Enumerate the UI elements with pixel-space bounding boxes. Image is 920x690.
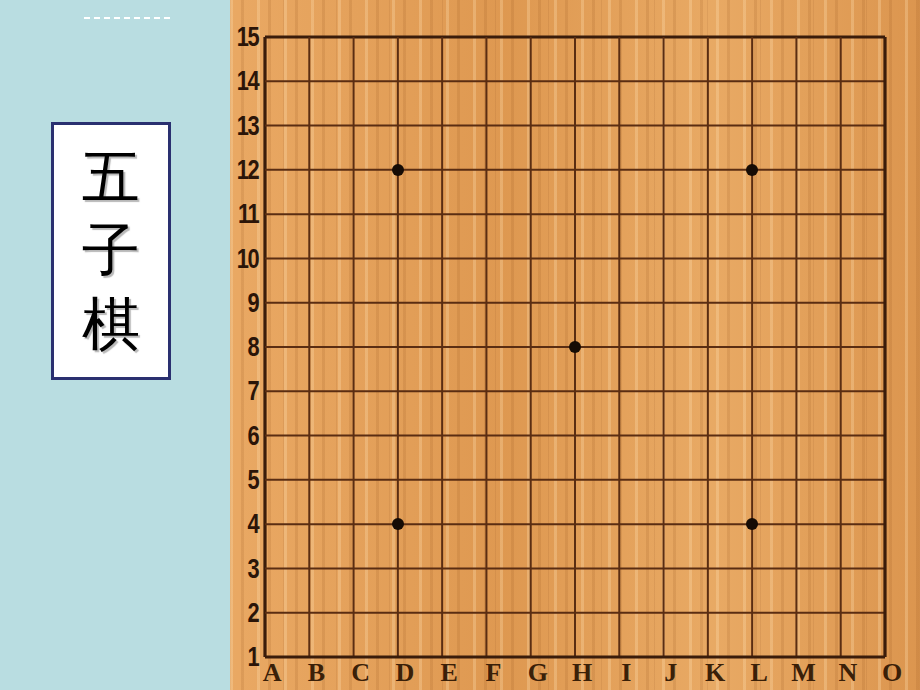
intersection-N1[interactable]	[819, 635, 863, 679]
intersection-M11[interactable]	[774, 192, 818, 236]
intersection-K10[interactable]	[686, 236, 730, 280]
intersection-F4[interactable]	[464, 502, 508, 546]
intersection-K8[interactable]	[686, 325, 730, 369]
intersection-I3[interactable]	[597, 546, 641, 590]
intersection-L14[interactable]	[730, 59, 774, 103]
dashed-underline	[84, 17, 170, 19]
intersection-E14[interactable]	[420, 59, 464, 103]
gomoku-board[interactable]: 151413121110987654321 ABCDEFGHIJKLMNO	[230, 0, 920, 690]
intersection-N14[interactable]	[819, 59, 863, 103]
intersection-E3[interactable]	[420, 546, 464, 590]
intersection-I12[interactable]	[597, 148, 641, 192]
intersection-L4[interactable]	[730, 502, 774, 546]
intersection-O3[interactable]	[863, 546, 907, 590]
intersection-H8[interactable]	[553, 325, 597, 369]
intersection-A14[interactable]	[243, 59, 287, 103]
intersection-J4[interactable]	[642, 502, 686, 546]
intersection-F9[interactable]	[464, 281, 508, 325]
intersections-grid	[243, 15, 907, 679]
intersection-C4[interactable]	[332, 502, 376, 546]
star-point-D4	[392, 518, 404, 530]
intersection-G9[interactable]	[509, 281, 553, 325]
intersection-I9[interactable]	[597, 281, 641, 325]
intersection-G13[interactable]	[509, 104, 553, 148]
intersection-O6[interactable]	[863, 414, 907, 458]
intersection-F2[interactable]	[464, 591, 508, 635]
intersection-O2[interactable]	[863, 591, 907, 635]
intersection-N8[interactable]	[819, 325, 863, 369]
intersection-A12[interactable]	[243, 148, 287, 192]
intersection-A7[interactable]	[243, 369, 287, 413]
intersection-N5[interactable]	[819, 458, 863, 502]
intersection-O11[interactable]	[863, 192, 907, 236]
intersection-A11[interactable]	[243, 192, 287, 236]
intersection-D13[interactable]	[376, 104, 420, 148]
intersection-H1[interactable]	[553, 635, 597, 679]
intersection-M13[interactable]	[774, 104, 818, 148]
intersection-C9[interactable]	[332, 281, 376, 325]
intersection-F14[interactable]	[464, 59, 508, 103]
intersection-K13[interactable]	[686, 104, 730, 148]
intersection-A4[interactable]	[243, 502, 287, 546]
intersection-G11[interactable]	[509, 192, 553, 236]
intersection-L12[interactable]	[730, 148, 774, 192]
intersection-D8[interactable]	[376, 325, 420, 369]
intersection-B4[interactable]	[287, 502, 331, 546]
intersection-M4[interactable]	[774, 502, 818, 546]
intersection-C13[interactable]	[332, 104, 376, 148]
intersection-N10[interactable]	[819, 236, 863, 280]
intersection-K11[interactable]	[686, 192, 730, 236]
intersection-B15[interactable]	[287, 15, 331, 59]
intersection-J7[interactable]	[642, 369, 686, 413]
intersection-C2[interactable]	[332, 591, 376, 635]
intersection-B12[interactable]	[287, 148, 331, 192]
intersection-J1[interactable]	[642, 635, 686, 679]
intersection-M15[interactable]	[774, 15, 818, 59]
intersection-I2[interactable]	[597, 591, 641, 635]
intersection-J10[interactable]	[642, 236, 686, 280]
intersection-M9[interactable]	[774, 281, 818, 325]
intersection-K12[interactable]	[686, 148, 730, 192]
intersection-J9[interactable]	[642, 281, 686, 325]
intersection-N12[interactable]	[819, 148, 863, 192]
intersection-A15[interactable]	[243, 15, 287, 59]
intersection-I6[interactable]	[597, 414, 641, 458]
star-point-D12	[392, 164, 404, 176]
intersection-A10[interactable]	[243, 236, 287, 280]
intersection-J13[interactable]	[642, 104, 686, 148]
intersection-K5[interactable]	[686, 458, 730, 502]
intersection-I13[interactable]	[597, 104, 641, 148]
intersection-M6[interactable]	[774, 414, 818, 458]
intersection-J6[interactable]	[642, 414, 686, 458]
intersection-C3[interactable]	[332, 546, 376, 590]
star-point-L4	[746, 518, 758, 530]
intersection-E8[interactable]	[420, 325, 464, 369]
intersection-J12[interactable]	[642, 148, 686, 192]
intersection-A8[interactable]	[243, 325, 287, 369]
intersection-K7[interactable]	[686, 369, 730, 413]
intersection-O10[interactable]	[863, 236, 907, 280]
intersection-O7[interactable]	[863, 369, 907, 413]
intersection-F13[interactable]	[464, 104, 508, 148]
intersection-C5[interactable]	[332, 458, 376, 502]
intersection-N2[interactable]	[819, 591, 863, 635]
intersection-D7[interactable]	[376, 369, 420, 413]
intersection-N9[interactable]	[819, 281, 863, 325]
intersection-H13[interactable]	[553, 104, 597, 148]
intersection-L8[interactable]	[730, 325, 774, 369]
intersection-M12[interactable]	[774, 148, 818, 192]
intersection-G2[interactable]	[509, 591, 553, 635]
intersection-M7[interactable]	[774, 369, 818, 413]
intersection-J2[interactable]	[642, 591, 686, 635]
intersection-N15[interactable]	[819, 15, 863, 59]
intersection-B1[interactable]	[287, 635, 331, 679]
intersection-A5[interactable]	[243, 458, 287, 502]
intersection-H14[interactable]	[553, 59, 597, 103]
intersection-L9[interactable]	[730, 281, 774, 325]
intersection-B5[interactable]	[287, 458, 331, 502]
intersection-D15[interactable]	[376, 15, 420, 59]
intersection-L1[interactable]	[730, 635, 774, 679]
intersection-J15[interactable]	[642, 15, 686, 59]
intersection-B2[interactable]	[287, 591, 331, 635]
intersection-B11[interactable]	[287, 192, 331, 236]
intersection-I14[interactable]	[597, 59, 641, 103]
intersection-O12[interactable]	[863, 148, 907, 192]
intersection-A9[interactable]	[243, 281, 287, 325]
intersection-F1[interactable]	[464, 635, 508, 679]
intersection-H12[interactable]	[553, 148, 597, 192]
intersection-L7[interactable]	[730, 369, 774, 413]
intersection-H3[interactable]	[553, 546, 597, 590]
intersection-E4[interactable]	[420, 502, 464, 546]
intersection-N7[interactable]	[819, 369, 863, 413]
intersection-H9[interactable]	[553, 281, 597, 325]
intersection-D12[interactable]	[376, 148, 420, 192]
intersection-A1[interactable]	[243, 635, 287, 679]
intersection-I15[interactable]	[597, 15, 641, 59]
intersection-D4[interactable]	[376, 502, 420, 546]
intersection-M3[interactable]	[774, 546, 818, 590]
title-box: 五 子 棋	[51, 122, 171, 380]
intersection-D9[interactable]	[376, 281, 420, 325]
intersection-J8[interactable]	[642, 325, 686, 369]
intersection-M8[interactable]	[774, 325, 818, 369]
intersection-D10[interactable]	[376, 236, 420, 280]
intersection-F15[interactable]	[464, 15, 508, 59]
intersection-L11[interactable]	[730, 192, 774, 236]
slide-background: 五 子 棋 151413121110987654321 ABCDEFGHIJKL…	[0, 0, 920, 690]
intersection-H6[interactable]	[553, 414, 597, 458]
intersection-G15[interactable]	[509, 15, 553, 59]
intersection-I1[interactable]	[597, 635, 641, 679]
intersection-E2[interactable]	[420, 591, 464, 635]
intersection-D3[interactable]	[376, 546, 420, 590]
intersection-F6[interactable]	[464, 414, 508, 458]
intersection-B9[interactable]	[287, 281, 331, 325]
intersection-H7[interactable]	[553, 369, 597, 413]
intersection-F12[interactable]	[464, 148, 508, 192]
star-point-H8	[569, 341, 581, 353]
intersection-C11[interactable]	[332, 192, 376, 236]
intersection-B10[interactable]	[287, 236, 331, 280]
intersection-D11[interactable]	[376, 192, 420, 236]
intersection-G4[interactable]	[509, 502, 553, 546]
star-point-L12	[746, 164, 758, 176]
intersection-E6[interactable]	[420, 414, 464, 458]
intersection-L2[interactable]	[730, 591, 774, 635]
intersection-F11[interactable]	[464, 192, 508, 236]
intersection-N6[interactable]	[819, 414, 863, 458]
intersection-K15[interactable]	[686, 15, 730, 59]
intersection-D5[interactable]	[376, 458, 420, 502]
intersection-B6[interactable]	[287, 414, 331, 458]
intersection-O13[interactable]	[863, 104, 907, 148]
intersection-A6[interactable]	[243, 414, 287, 458]
intersection-M1[interactable]	[774, 635, 818, 679]
intersection-C6[interactable]	[332, 414, 376, 458]
intersection-H11[interactable]	[553, 192, 597, 236]
intersection-L13[interactable]	[730, 104, 774, 148]
intersection-O5[interactable]	[863, 458, 907, 502]
intersection-D14[interactable]	[376, 59, 420, 103]
intersection-C12[interactable]	[332, 148, 376, 192]
intersection-O15[interactable]	[863, 15, 907, 59]
intersection-F10[interactable]	[464, 236, 508, 280]
intersection-H5[interactable]	[553, 458, 597, 502]
intersection-C14[interactable]	[332, 59, 376, 103]
intersection-N3[interactable]	[819, 546, 863, 590]
intersection-L5[interactable]	[730, 458, 774, 502]
intersection-L10[interactable]	[730, 236, 774, 280]
intersection-K6[interactable]	[686, 414, 730, 458]
intersection-H15[interactable]	[553, 15, 597, 59]
intersection-I10[interactable]	[597, 236, 641, 280]
intersection-C15[interactable]	[332, 15, 376, 59]
intersection-O8[interactable]	[863, 325, 907, 369]
intersection-H2[interactable]	[553, 591, 597, 635]
intersection-E1[interactable]	[420, 635, 464, 679]
intersection-G12[interactable]	[509, 148, 553, 192]
title-char-1: 五	[82, 149, 140, 207]
intersection-K1[interactable]	[686, 635, 730, 679]
intersection-I5[interactable]	[597, 458, 641, 502]
intersection-D2[interactable]	[376, 591, 420, 635]
intersection-O14[interactable]	[863, 59, 907, 103]
intersection-A2[interactable]	[243, 591, 287, 635]
intersection-O1[interactable]	[863, 635, 907, 679]
intersection-G10[interactable]	[509, 236, 553, 280]
intersection-J3[interactable]	[642, 546, 686, 590]
intersection-O9[interactable]	[863, 281, 907, 325]
intersection-F7[interactable]	[464, 369, 508, 413]
intersection-F8[interactable]	[464, 325, 508, 369]
intersection-B7[interactable]	[287, 369, 331, 413]
intersection-K4[interactable]	[686, 502, 730, 546]
intersection-I4[interactable]	[597, 502, 641, 546]
intersection-C10[interactable]	[332, 236, 376, 280]
intersection-L3[interactable]	[730, 546, 774, 590]
intersection-D1[interactable]	[376, 635, 420, 679]
intersection-F5[interactable]	[464, 458, 508, 502]
intersection-C1[interactable]	[332, 635, 376, 679]
intersection-E15[interactable]	[420, 15, 464, 59]
intersection-J5[interactable]	[642, 458, 686, 502]
intersection-K3[interactable]	[686, 546, 730, 590]
intersection-B3[interactable]	[287, 546, 331, 590]
title-char-2: 子	[82, 222, 140, 280]
intersection-N4[interactable]	[819, 502, 863, 546]
intersection-L6[interactable]	[730, 414, 774, 458]
intersection-G8[interactable]	[509, 325, 553, 369]
intersection-J11[interactable]	[642, 192, 686, 236]
intersection-B14[interactable]	[287, 59, 331, 103]
intersection-N11[interactable]	[819, 192, 863, 236]
intersection-C7[interactable]	[332, 369, 376, 413]
intersection-M5[interactable]	[774, 458, 818, 502]
intersection-G3[interactable]	[509, 546, 553, 590]
intersection-I11[interactable]	[597, 192, 641, 236]
intersection-B8[interactable]	[287, 325, 331, 369]
intersection-G7[interactable]	[509, 369, 553, 413]
title-char-3: 棋	[82, 296, 140, 354]
intersection-K14[interactable]	[686, 59, 730, 103]
intersection-F3[interactable]	[464, 546, 508, 590]
intersection-M14[interactable]	[774, 59, 818, 103]
intersection-M10[interactable]	[774, 236, 818, 280]
intersection-E11[interactable]	[420, 192, 464, 236]
intersection-E5[interactable]	[420, 458, 464, 502]
intersection-H10[interactable]	[553, 236, 597, 280]
intersection-G5[interactable]	[509, 458, 553, 502]
intersection-D6[interactable]	[376, 414, 420, 458]
intersection-A3[interactable]	[243, 546, 287, 590]
intersection-I7[interactable]	[597, 369, 641, 413]
intersection-O4[interactable]	[863, 502, 907, 546]
intersection-E13[interactable]	[420, 104, 464, 148]
intersection-E12[interactable]	[420, 148, 464, 192]
intersection-E7[interactable]	[420, 369, 464, 413]
intersection-C8[interactable]	[332, 325, 376, 369]
intersection-G14[interactable]	[509, 59, 553, 103]
intersection-A13[interactable]	[243, 104, 287, 148]
intersection-E10[interactable]	[420, 236, 464, 280]
intersection-I8[interactable]	[597, 325, 641, 369]
intersection-G1[interactable]	[509, 635, 553, 679]
intersection-B13[interactable]	[287, 104, 331, 148]
intersection-G6[interactable]	[509, 414, 553, 458]
intersection-J14[interactable]	[642, 59, 686, 103]
intersection-H4[interactable]	[553, 502, 597, 546]
intersection-K2[interactable]	[686, 591, 730, 635]
intersection-M2[interactable]	[774, 591, 818, 635]
intersection-L15[interactable]	[730, 15, 774, 59]
intersection-K9[interactable]	[686, 281, 730, 325]
intersection-E9[interactable]	[420, 281, 464, 325]
intersection-N13[interactable]	[819, 104, 863, 148]
